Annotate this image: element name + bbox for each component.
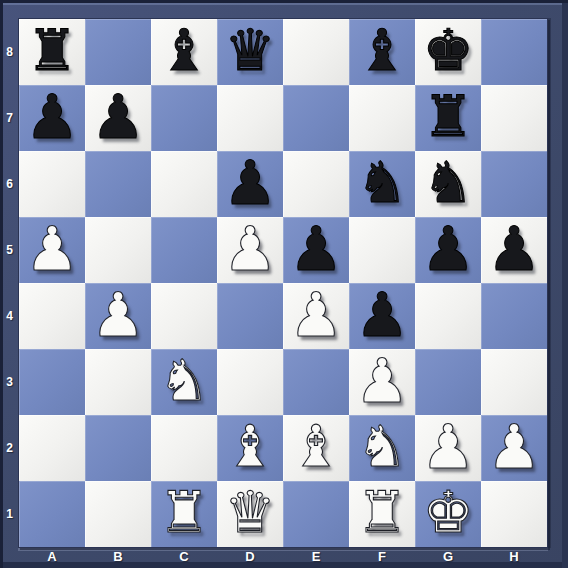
- rank-label-7: 7: [2, 85, 17, 151]
- piece-black-king[interactable]: ♚: [422, 22, 473, 79]
- square-g4[interactable]: [415, 283, 481, 349]
- piece-black-pawn[interactable]: ♟: [223, 152, 278, 213]
- square-g1[interactable]: ♚: [415, 481, 481, 547]
- piece-black-pawn[interactable]: ♟: [91, 86, 146, 147]
- piece-black-knight[interactable]: ♞: [356, 154, 407, 211]
- file-label-a: A: [19, 550, 85, 563]
- piece-white-pawn[interactable]: ♟: [91, 284, 146, 345]
- piece-white-queen[interactable]: ♛: [224, 484, 275, 541]
- square-c4[interactable]: [151, 283, 217, 349]
- square-g6[interactable]: ♞: [415, 151, 481, 217]
- square-d2[interactable]: ♝: [217, 415, 283, 481]
- square-e3[interactable]: [283, 349, 349, 415]
- square-b8[interactable]: [85, 19, 151, 85]
- piece-black-pawn[interactable]: ♟: [25, 86, 80, 147]
- square-b3[interactable]: [85, 349, 151, 415]
- square-f1[interactable]: ♜: [349, 481, 415, 547]
- square-a4[interactable]: [19, 283, 85, 349]
- square-b7[interactable]: ♟: [85, 85, 151, 151]
- square-g2[interactable]: ♟: [415, 415, 481, 481]
- piece-white-pawn[interactable]: ♟: [487, 416, 542, 477]
- rank-label-5: 5: [2, 217, 17, 283]
- piece-black-bishop[interactable]: ♝: [158, 22, 209, 79]
- square-h4[interactable]: [481, 283, 547, 349]
- square-a3[interactable]: [19, 349, 85, 415]
- square-f4[interactable]: ♟: [349, 283, 415, 349]
- piece-black-rook[interactable]: ♜: [422, 88, 473, 145]
- piece-white-pawn[interactable]: ♟: [355, 350, 410, 411]
- square-f3[interactable]: ♟: [349, 349, 415, 415]
- square-a8[interactable]: ♜: [19, 19, 85, 85]
- square-c8[interactable]: ♝: [151, 19, 217, 85]
- square-a1[interactable]: [19, 481, 85, 547]
- square-e8[interactable]: [283, 19, 349, 85]
- piece-white-bishop[interactable]: ♝: [224, 418, 275, 475]
- piece-white-pawn[interactable]: ♟: [289, 284, 344, 345]
- square-g8[interactable]: ♚: [415, 19, 481, 85]
- square-e1[interactable]: [283, 481, 349, 547]
- piece-black-pawn[interactable]: ♟: [487, 218, 542, 279]
- rank-label-6: 6: [2, 151, 17, 217]
- piece-black-bishop[interactable]: ♝: [356, 22, 407, 79]
- file-label-c: C: [151, 550, 217, 563]
- square-e5[interactable]: ♟: [283, 217, 349, 283]
- square-d1[interactable]: ♛: [217, 481, 283, 547]
- square-a6[interactable]: [19, 151, 85, 217]
- square-h2[interactable]: ♟: [481, 415, 547, 481]
- piece-black-pawn[interactable]: ♟: [355, 284, 410, 345]
- rank-label-8: 8: [2, 19, 17, 85]
- rank-label-3: 3: [2, 349, 17, 415]
- square-h3[interactable]: [481, 349, 547, 415]
- file-label-e: E: [283, 550, 349, 563]
- square-c1[interactable]: ♜: [151, 481, 217, 547]
- square-d4[interactable]: [217, 283, 283, 349]
- square-d6[interactable]: ♟: [217, 151, 283, 217]
- square-f6[interactable]: ♞: [349, 151, 415, 217]
- piece-white-knight[interactable]: ♞: [356, 418, 407, 475]
- piece-white-pawn[interactable]: ♟: [223, 218, 278, 279]
- piece-white-pawn[interactable]: ♟: [25, 218, 80, 279]
- square-e7[interactable]: [283, 85, 349, 151]
- square-d7[interactable]: [217, 85, 283, 151]
- square-b5[interactable]: [85, 217, 151, 283]
- square-g3[interactable]: [415, 349, 481, 415]
- piece-white-bishop[interactable]: ♝: [290, 418, 341, 475]
- rank-label-4: 4: [2, 283, 17, 349]
- square-c7[interactable]: [151, 85, 217, 151]
- square-c2[interactable]: [151, 415, 217, 481]
- square-b4[interactable]: ♟: [85, 283, 151, 349]
- piece-white-knight[interactable]: ♞: [158, 352, 209, 409]
- chess-board: ♜♝♛♝♚♟♟♜♟♞♞♟♟♟♟♟♟♟♟♞♟♝♝♞♟♟♜♛♜♚: [18, 18, 548, 548]
- square-e6[interactable]: [283, 151, 349, 217]
- file-label-f: F: [349, 550, 415, 563]
- square-f5[interactable]: [349, 217, 415, 283]
- square-a5[interactable]: ♟: [19, 217, 85, 283]
- board-frame: ♜♝♛♝♚♟♟♜♟♞♞♟♟♟♟♟♟♟♟♞♟♝♝♞♟♟♜♛♜♚ 87654321 …: [0, 0, 568, 568]
- square-c3[interactable]: ♞: [151, 349, 217, 415]
- square-f8[interactable]: ♝: [349, 19, 415, 85]
- square-b2[interactable]: [85, 415, 151, 481]
- square-h6[interactable]: [481, 151, 547, 217]
- file-label-d: D: [217, 550, 283, 563]
- square-h7[interactable]: [481, 85, 547, 151]
- piece-black-queen[interactable]: ♛: [224, 22, 275, 79]
- square-h1[interactable]: [481, 481, 547, 547]
- square-e2[interactable]: ♝: [283, 415, 349, 481]
- piece-white-rook[interactable]: ♜: [158, 484, 209, 541]
- square-e4[interactable]: ♟: [283, 283, 349, 349]
- square-f7[interactable]: [349, 85, 415, 151]
- square-b1[interactable]: [85, 481, 151, 547]
- square-a2[interactable]: [19, 415, 85, 481]
- square-d3[interactable]: [217, 349, 283, 415]
- square-c6[interactable]: [151, 151, 217, 217]
- piece-black-pawn[interactable]: ♟: [289, 218, 344, 279]
- piece-black-rook[interactable]: ♜: [26, 22, 77, 79]
- piece-white-king[interactable]: ♚: [422, 484, 473, 541]
- file-label-h: H: [481, 550, 547, 563]
- square-h5[interactable]: ♟: [481, 217, 547, 283]
- square-d8[interactable]: ♛: [217, 19, 283, 85]
- square-g5[interactable]: ♟: [415, 217, 481, 283]
- square-c5[interactable]: [151, 217, 217, 283]
- file-label-b: B: [85, 550, 151, 563]
- square-h8[interactable]: [481, 19, 547, 85]
- square-g7[interactable]: ♜: [415, 85, 481, 151]
- piece-white-pawn[interactable]: ♟: [421, 416, 476, 477]
- square-b6[interactable]: [85, 151, 151, 217]
- piece-black-pawn[interactable]: ♟: [421, 218, 476, 279]
- square-a7[interactable]: ♟: [19, 85, 85, 151]
- rank-label-2: 2: [2, 415, 17, 481]
- piece-white-rook[interactable]: ♜: [356, 484, 407, 541]
- rank-label-1: 1: [2, 481, 17, 547]
- square-f2[interactable]: ♞: [349, 415, 415, 481]
- square-d5[interactable]: ♟: [217, 217, 283, 283]
- file-label-g: G: [415, 550, 481, 563]
- piece-black-knight[interactable]: ♞: [422, 154, 473, 211]
